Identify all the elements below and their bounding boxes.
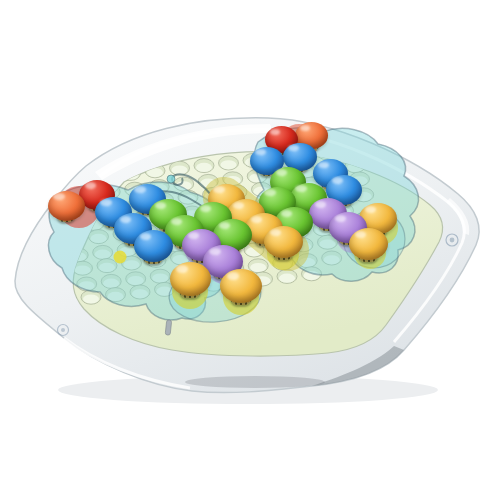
peg-cap bbox=[264, 226, 303, 258]
peg-cap bbox=[220, 269, 262, 303]
peg-blue[interactable] bbox=[134, 230, 173, 270]
peg-yellow[interactable] bbox=[220, 269, 262, 311]
peg-cap bbox=[349, 228, 388, 260]
peg-yellow[interactable] bbox=[264, 226, 303, 266]
peg-cap bbox=[48, 191, 85, 221]
peg-orange[interactable] bbox=[48, 191, 85, 228]
peg-cap bbox=[134, 230, 173, 262]
peg-cap bbox=[170, 262, 211, 296]
peg-yellow[interactable] bbox=[170, 262, 211, 304]
peg-yellow[interactable] bbox=[349, 228, 388, 268]
mosaic-toy-photo bbox=[0, 0, 500, 500]
peg-layer bbox=[0, 0, 500, 500]
